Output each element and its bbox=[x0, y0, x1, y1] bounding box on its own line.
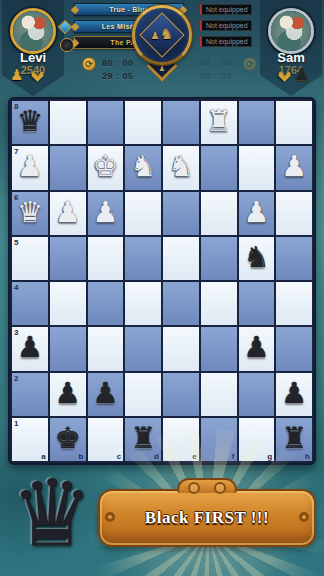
equip-slot-2[interactable]: Not equipped bbox=[200, 20, 252, 31]
square-g7[interactable] bbox=[239, 146, 275, 189]
rank-label: 4 bbox=[14, 283, 18, 292]
square-c2[interactable]: ♟ bbox=[88, 373, 124, 416]
square-f2[interactable] bbox=[201, 373, 237, 416]
square-f7[interactable] bbox=[201, 146, 237, 189]
square-b6[interactable]: ♟ bbox=[50, 192, 86, 235]
square-e2[interactable] bbox=[163, 373, 199, 416]
square-c3[interactable] bbox=[88, 327, 124, 370]
turn-banner: Black FIRST !!! bbox=[98, 489, 316, 547]
square-e4[interactable] bbox=[163, 282, 199, 325]
square-b2[interactable]: ♟ bbox=[50, 373, 86, 416]
banner-crest bbox=[177, 478, 237, 493]
square-d7[interactable]: ♞ bbox=[125, 146, 161, 189]
rank-label: 2 bbox=[14, 374, 18, 383]
left-player-name: Levi bbox=[0, 50, 66, 65]
chess-pieces-icon: ♟♞ bbox=[135, 24, 189, 43]
white-pawn[interactable]: ♟ bbox=[92, 198, 118, 227]
black-knight[interactable]: ♞ bbox=[243, 243, 269, 272]
white-rook[interactable]: ♜ bbox=[206, 107, 232, 136]
square-b1[interactable]: b♚ bbox=[50, 418, 86, 461]
black-pawn[interactable]: ♟ bbox=[92, 379, 118, 408]
left-avatar[interactable] bbox=[10, 8, 56, 54]
white-pawn[interactable]: ♟ bbox=[55, 198, 81, 227]
square-d2[interactable] bbox=[125, 373, 161, 416]
square-h4[interactable] bbox=[276, 282, 312, 325]
square-b7[interactable] bbox=[50, 146, 86, 189]
emblem-pawn-icon: ♟ bbox=[159, 65, 165, 73]
square-d5[interactable] bbox=[125, 237, 161, 280]
square-a3[interactable]: 3♟ bbox=[12, 327, 48, 370]
black-queen-icon[interactable]: ♛ bbox=[2, 468, 102, 560]
square-g5[interactable]: ♞ bbox=[239, 237, 275, 280]
square-f5[interactable] bbox=[201, 237, 237, 280]
right-avatar-art bbox=[271, 11, 311, 51]
square-h5[interactable] bbox=[276, 237, 312, 280]
square-h2[interactable]: ♟ bbox=[276, 373, 312, 416]
white-knight[interactable]: ♞ bbox=[130, 152, 156, 181]
black-pawn[interactable]: ♟ bbox=[281, 379, 307, 408]
square-g6[interactable]: ♟ bbox=[239, 192, 275, 235]
square-e5[interactable] bbox=[163, 237, 199, 280]
right-player-name: Sam bbox=[258, 50, 324, 65]
right-avatar[interactable] bbox=[268, 8, 314, 54]
equip-slot-3[interactable]: Not equipped bbox=[200, 36, 252, 47]
square-f4[interactable] bbox=[201, 282, 237, 325]
right-timer-remaining: 00 : 00 bbox=[200, 71, 232, 81]
medal-icon bbox=[60, 38, 74, 52]
right-timer-total: 60 : 00 bbox=[200, 58, 232, 68]
rank-label: 5 bbox=[14, 238, 18, 247]
square-b3[interactable] bbox=[50, 327, 86, 370]
left-avatar-art bbox=[13, 11, 53, 51]
square-a6[interactable]: 6♛ bbox=[12, 192, 48, 235]
square-e7[interactable]: ♞ bbox=[163, 146, 199, 189]
black-pawn[interactable]: ♟ bbox=[243, 333, 269, 362]
white-knight[interactable]: ♞ bbox=[168, 152, 194, 181]
square-c6[interactable]: ♟ bbox=[88, 192, 124, 235]
game-emblem: ♟♞ ♟ bbox=[129, 3, 195, 87]
square-h7[interactable]: ♟ bbox=[276, 146, 312, 189]
square-a1[interactable]: 1a bbox=[12, 418, 48, 461]
gold-piece-icon: ♟ bbox=[10, 66, 23, 84]
banner-curl-left bbox=[105, 512, 115, 522]
square-c4[interactable] bbox=[88, 282, 124, 325]
square-d3[interactable] bbox=[125, 327, 161, 370]
square-h3[interactable] bbox=[276, 327, 312, 370]
square-d8[interactable] bbox=[125, 101, 161, 144]
square-f3[interactable] bbox=[201, 327, 237, 370]
square-g2[interactable] bbox=[239, 373, 275, 416]
black-pawn[interactable]: ♟ bbox=[17, 333, 43, 362]
left-timer-total: 60 : 00 bbox=[102, 58, 134, 68]
square-c5[interactable] bbox=[88, 237, 124, 280]
square-f6[interactable] bbox=[201, 192, 237, 235]
right-player-rating: 1764 bbox=[258, 64, 324, 76]
square-d6[interactable] bbox=[125, 192, 161, 235]
collapse-right-icon[interactable] bbox=[277, 69, 291, 83]
square-e6[interactable] bbox=[163, 192, 199, 235]
square-c1[interactable]: c bbox=[88, 418, 124, 461]
square-a2[interactable]: 2 bbox=[12, 373, 48, 416]
square-b8[interactable] bbox=[50, 101, 86, 144]
square-h6[interactable] bbox=[276, 192, 312, 235]
white-king[interactable]: ♚ bbox=[92, 152, 118, 181]
banner-curl-right bbox=[299, 512, 309, 522]
rank-label: 1 bbox=[14, 419, 18, 428]
square-g4[interactable] bbox=[239, 282, 275, 325]
turn-banner-text: Black FIRST !!! bbox=[145, 508, 269, 528]
square-a7[interactable]: 7♟ bbox=[12, 146, 48, 189]
chess-board[interactable]: 8♛♜7♟♚♞♞♟6♛♟♟♟5♞43♟♟2♟♟♟1ab♚cd♜efgh♜ bbox=[8, 97, 316, 465]
square-c8[interactable] bbox=[88, 101, 124, 144]
black-king[interactable]: ♚ bbox=[55, 424, 81, 453]
white-pawn[interactable]: ♟ bbox=[17, 152, 43, 181]
square-b4[interactable] bbox=[50, 282, 86, 325]
square-a5[interactable]: 5 bbox=[12, 237, 48, 280]
white-queen[interactable]: ♛ bbox=[17, 198, 43, 227]
black-queen[interactable]: ♛ bbox=[17, 107, 43, 136]
white-pawn[interactable]: ♟ bbox=[243, 198, 269, 227]
left-timer-remaining: 29 : 05 bbox=[102, 71, 134, 81]
white-pawn[interactable]: ♟ bbox=[281, 152, 307, 181]
square-g3[interactable]: ♟ bbox=[239, 327, 275, 370]
square-d4[interactable] bbox=[125, 282, 161, 325]
collapse-left-icon[interactable] bbox=[30, 69, 44, 83]
square-e3[interactable] bbox=[163, 327, 199, 370]
square-e8[interactable] bbox=[163, 101, 199, 144]
coin-timer-icon-left: ⟳ bbox=[82, 57, 96, 71]
square-c7[interactable]: ♚ bbox=[88, 146, 124, 189]
equip-slot-1[interactable]: Not equipped bbox=[200, 4, 252, 15]
game-screen: Levi 2540 Sam 1764 True - Blue Les Misér… bbox=[0, 0, 324, 576]
square-a4[interactable]: 4 bbox=[12, 282, 48, 325]
coin-timer-icon-right: ⟳ bbox=[243, 57, 257, 71]
square-a8[interactable]: 8♛ bbox=[12, 101, 48, 144]
dark-piece-icon: ♟ bbox=[294, 64, 309, 84]
black-pawn[interactable]: ♟ bbox=[55, 379, 81, 408]
square-g8[interactable] bbox=[239, 101, 275, 144]
square-f8[interactable]: ♜ bbox=[201, 101, 237, 144]
square-h8[interactable] bbox=[276, 101, 312, 144]
emblem-circle: ♟♞ bbox=[132, 5, 192, 65]
square-b5[interactable] bbox=[50, 237, 86, 280]
